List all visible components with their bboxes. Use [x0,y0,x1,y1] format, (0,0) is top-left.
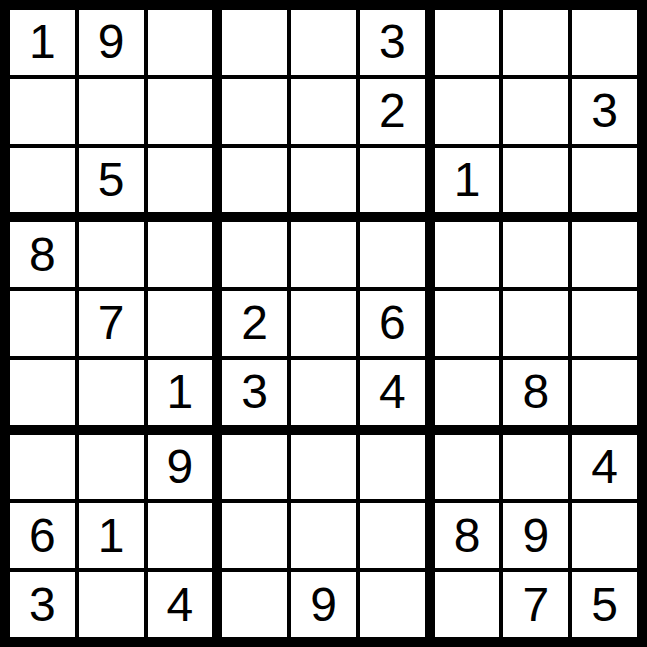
cell-r5c3[interactable] [148,291,213,356]
cell-r5c1[interactable] [10,291,75,356]
cell-r2c9[interactable]: 3 [572,79,637,144]
cell-r2c6[interactable]: 2 [360,79,425,144]
box-2-1: 871 [10,222,212,424]
cell-r8c8[interactable]: 9 [503,503,568,568]
cell-r3c7[interactable]: 1 [435,148,500,213]
cell-r8c2[interactable]: 1 [79,503,144,568]
cell-r8c6[interactable] [360,503,425,568]
cell-r3c5[interactable] [291,148,356,213]
cell-r3c6[interactable] [360,148,425,213]
cell-r6c6[interactable]: 4 [360,360,425,425]
cell-r9c1[interactable]: 3 [10,572,75,637]
given-digit: 1 [29,18,56,66]
given-digit: 5 [98,156,125,204]
cell-r1c8[interactable] [503,10,568,75]
cell-r6c8[interactable]: 8 [503,360,568,425]
cell-r1c5[interactable] [291,10,356,75]
given-digit: 1 [454,156,481,204]
cell-r7c9[interactable]: 4 [572,435,637,500]
cell-r4c5[interactable] [291,222,356,287]
cell-r2c5[interactable] [291,79,356,144]
cell-r7c1[interactable] [10,435,75,500]
given-digit: 2 [241,299,268,347]
cell-r7c8[interactable] [503,435,568,500]
cell-r7c6[interactable] [360,435,425,500]
cell-r2c8[interactable] [503,79,568,144]
cell-r6c7[interactable] [435,360,500,425]
given-digit: 4 [167,581,194,629]
cell-r7c5[interactable] [291,435,356,500]
given-digit: 9 [310,581,337,629]
cell-r6c3[interactable]: 1 [148,360,213,425]
cell-r8c3[interactable] [148,503,213,568]
cell-r7c3[interactable]: 9 [148,435,213,500]
cell-r1c2[interactable]: 9 [79,10,144,75]
given-digit: 2 [379,87,406,135]
box-1-1: 195 [10,10,212,212]
given-digit: 7 [522,581,549,629]
cell-r9c9[interactable]: 5 [572,572,637,637]
given-digit: 1 [98,512,125,560]
cell-r1c4[interactable] [222,10,287,75]
cell-r5c2[interactable]: 7 [79,291,144,356]
given-digit: 1 [167,368,194,416]
cell-r9c5[interactable]: 9 [291,572,356,637]
cell-r8c5[interactable] [291,503,356,568]
cell-r6c2[interactable] [79,360,144,425]
cell-r1c3[interactable] [148,10,213,75]
sudoku-board: 19532318712634896134948975 [0,0,647,647]
cell-r1c9[interactable] [572,10,637,75]
cell-r4c7[interactable] [435,222,500,287]
cell-r5c6[interactable]: 6 [360,291,425,356]
given-digit: 3 [29,581,56,629]
cell-r7c4[interactable] [222,435,287,500]
cell-r5c9[interactable] [572,291,637,356]
given-digit: 9 [98,18,125,66]
given-digit: 8 [29,231,56,279]
cell-r3c8[interactable] [503,148,568,213]
cell-r1c1[interactable]: 1 [10,10,75,75]
cell-r8c9[interactable] [572,503,637,568]
given-digit: 7 [98,299,125,347]
box-2-2: 2634 [222,222,424,424]
cell-r1c7[interactable] [435,10,500,75]
cell-r7c2[interactable] [79,435,144,500]
cell-r8c1[interactable]: 6 [10,503,75,568]
cell-r5c5[interactable] [291,291,356,356]
cell-r8c7[interactable]: 8 [435,503,500,568]
given-digit: 8 [522,368,549,416]
cell-r2c3[interactable] [148,79,213,144]
cell-r4c4[interactable] [222,222,287,287]
cell-r6c4[interactable]: 3 [222,360,287,425]
given-digit: 9 [167,443,194,491]
given-digit: 5 [591,581,618,629]
cell-r6c1[interactable] [10,360,75,425]
cell-r4c9[interactable] [572,222,637,287]
cell-r5c4[interactable]: 2 [222,291,287,356]
given-digit: 3 [241,368,268,416]
given-digit: 4 [591,443,618,491]
box-3-1: 96134 [10,435,212,637]
box-3-3: 48975 [435,435,637,637]
cell-r4c1[interactable]: 8 [10,222,75,287]
cell-r1c6[interactable]: 3 [360,10,425,75]
cell-r9c8[interactable]: 7 [503,572,568,637]
box-2-3: 8 [435,222,637,424]
cell-r4c8[interactable] [503,222,568,287]
cell-r9c2[interactable] [79,572,144,637]
box-1-3: 31 [435,10,637,212]
cell-r9c6[interactable] [360,572,425,637]
given-digit: 3 [591,87,618,135]
cell-r5c8[interactable] [503,291,568,356]
box-1-2: 32 [222,10,424,212]
given-digit: 6 [29,512,56,560]
cell-r3c4[interactable] [222,148,287,213]
cell-r9c7[interactable] [435,572,500,637]
cell-r3c2[interactable]: 5 [79,148,144,213]
given-digit: 8 [454,512,481,560]
cell-r9c3[interactable]: 4 [148,572,213,637]
cell-r4c3[interactable] [148,222,213,287]
cell-r3c1[interactable] [10,148,75,213]
cell-r4c2[interactable] [79,222,144,287]
given-digit: 6 [379,299,406,347]
cell-r4c6[interactable] [360,222,425,287]
cell-r2c4[interactable] [222,79,287,144]
cell-r3c3[interactable] [148,148,213,213]
given-digit: 3 [379,18,406,66]
cell-r2c7[interactable] [435,79,500,144]
cell-r2c2[interactable] [79,79,144,144]
given-digit: 4 [379,368,406,416]
cell-r5c7[interactable] [435,291,500,356]
cell-r6c9[interactable] [572,360,637,425]
cell-r2c1[interactable] [10,79,75,144]
cell-r7c7[interactable] [435,435,500,500]
box-3-2: 9 [222,435,424,637]
cell-r9c4[interactable] [222,572,287,637]
cell-r6c5[interactable] [291,360,356,425]
cell-r3c9[interactable] [572,148,637,213]
cell-r8c4[interactable] [222,503,287,568]
given-digit: 9 [522,512,549,560]
